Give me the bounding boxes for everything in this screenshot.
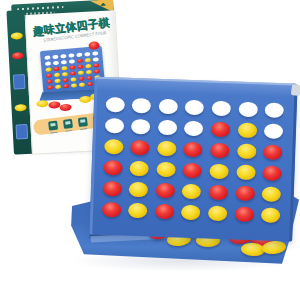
yellow-disc <box>157 141 177 157</box>
cell-r2c6 <box>234 119 261 141</box>
feature-icon <box>78 117 88 127</box>
red-disc <box>47 85 53 90</box>
red-disc <box>235 185 255 201</box>
cell-r3c3 <box>153 138 180 160</box>
cell-r3c4 <box>180 139 207 161</box>
cell-r6c2 <box>124 200 151 222</box>
empty-hole <box>105 118 125 134</box>
cell-r4c5 <box>206 160 233 182</box>
spine-red-disc <box>12 52 24 60</box>
box-art-grid <box>43 50 102 91</box>
cell-r1c6 <box>234 98 261 120</box>
cell-r3c7 <box>259 141 286 163</box>
cell-r3c6 <box>233 140 260 162</box>
spine-yellow-disc <box>14 104 26 112</box>
cell-r4c6 <box>232 161 259 183</box>
yellow-disc <box>237 123 257 139</box>
yellow-disc <box>261 207 281 223</box>
cell-r6c4 <box>177 201 204 223</box>
spine-yellow-disc <box>11 32 23 40</box>
empty-hole <box>131 119 151 135</box>
cell-r5c1 <box>99 178 126 200</box>
yellow-disc <box>130 161 150 177</box>
empty-hole <box>185 100 205 116</box>
connect-four-board <box>89 77 297 242</box>
cell-r5c7 <box>258 183 285 205</box>
cell-r6c7 <box>257 204 284 226</box>
cell-r2c4 <box>180 118 207 140</box>
empty-hole <box>184 121 204 137</box>
empty-hole <box>265 102 285 118</box>
cell-r5c2 <box>125 179 152 201</box>
yellow-disc <box>237 144 257 160</box>
yellow-disc <box>181 205 201 221</box>
cell-r6c1 <box>98 199 125 221</box>
yellow-disc <box>129 182 149 198</box>
red-disc <box>211 122 231 138</box>
board-corner-cap <box>291 84 300 96</box>
empty-hole <box>238 102 258 118</box>
red-art-disc <box>59 104 71 112</box>
empty-hole <box>132 98 152 114</box>
cell-r5c4 <box>178 181 205 203</box>
cell-r1c2 <box>128 95 155 117</box>
red-disc <box>155 204 175 220</box>
cell-r3c5 <box>206 139 233 161</box>
cell-r1c4 <box>181 97 208 119</box>
cell-r5c5 <box>205 181 232 203</box>
cell-r2c2 <box>127 116 154 138</box>
product-photo: 趣味立体四子棋 STEREOSCOPIC CONNECT FOUR <box>0 0 300 300</box>
cell-r6c6 <box>231 203 258 225</box>
cell-r5c3 <box>152 180 179 202</box>
yellow-disc <box>208 206 228 222</box>
cell-r6c5 <box>204 202 231 224</box>
red-disc <box>102 181 122 197</box>
yellow-disc <box>104 139 124 155</box>
cell-r1c7 <box>261 99 288 121</box>
red-disc <box>262 165 282 181</box>
feature-icon <box>48 121 58 131</box>
board-grid <box>98 94 288 226</box>
spine-board-thumbnail <box>15 124 28 140</box>
yellow-disc <box>156 162 176 178</box>
cell-r4c1 <box>99 157 126 179</box>
red-disc <box>184 142 204 158</box>
empty-hole <box>158 120 178 136</box>
yellow-disc <box>79 82 85 87</box>
spine-board-thumbnail <box>13 74 26 90</box>
yellow-art-disc <box>36 100 48 108</box>
yellow-disc <box>128 203 148 219</box>
red-disc <box>103 160 123 176</box>
cell-r2c1 <box>101 115 128 137</box>
empty-hole <box>158 99 178 115</box>
empty-hole <box>264 123 284 139</box>
empty-hole <box>105 97 125 113</box>
yellow-disc <box>55 84 61 89</box>
cell-r5c6 <box>231 182 258 204</box>
yellow-disc <box>262 186 282 202</box>
feature-icon <box>63 119 73 129</box>
box-art-red-disc <box>88 41 100 50</box>
yellow-disc <box>236 165 256 181</box>
cell-r2c5 <box>207 118 234 140</box>
red-disc <box>209 185 229 201</box>
cell-r1c3 <box>155 96 182 118</box>
red-disc <box>102 202 122 218</box>
red-disc <box>210 143 230 159</box>
cell-r1c1 <box>101 94 128 116</box>
red-disc <box>234 206 254 222</box>
red-disc <box>130 140 150 156</box>
cell-r3c2 <box>127 137 154 159</box>
cell-r2c3 <box>154 117 181 139</box>
cell-r4c7 <box>259 162 286 184</box>
cell-r6c3 <box>151 201 178 223</box>
yellow-disc <box>71 83 77 88</box>
yellow-disc <box>209 164 229 180</box>
yellow-disc <box>182 184 202 200</box>
cell-r4c3 <box>152 159 179 181</box>
cell-r2c7 <box>260 120 287 142</box>
red-disc <box>156 183 176 199</box>
cell-r1c5 <box>208 97 235 119</box>
empty-hole <box>212 101 232 117</box>
red-disc <box>263 144 283 160</box>
cell-r3c1 <box>100 136 127 158</box>
red-disc <box>63 84 69 89</box>
cell-r4c2 <box>126 158 153 180</box>
red-disc <box>183 163 203 179</box>
cell-r4c4 <box>179 160 206 182</box>
red-disc <box>87 82 93 87</box>
